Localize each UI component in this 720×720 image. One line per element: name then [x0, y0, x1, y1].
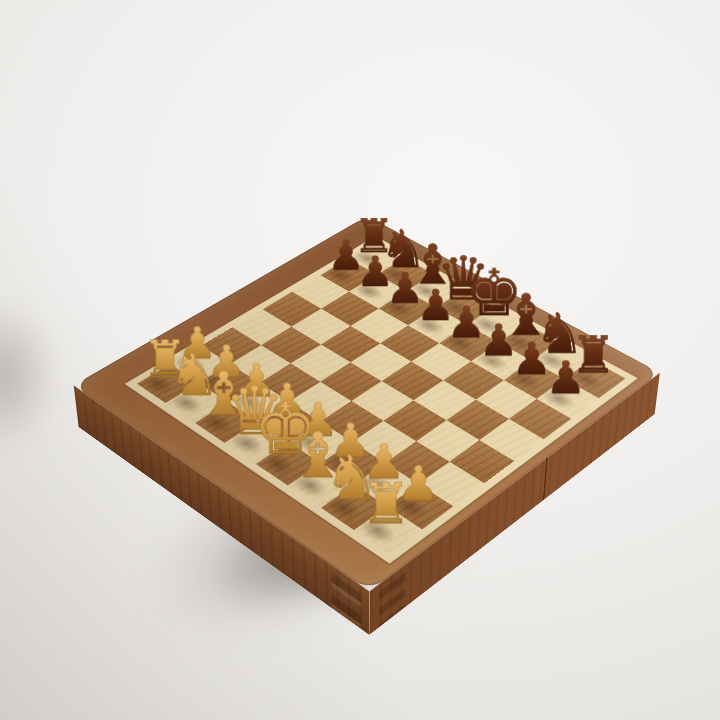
- white-rook-piece: ♜: [360, 476, 410, 532]
- square-h7: ♟: [537, 379, 599, 418]
- wooden-chess-box: ♜♞♝♛♚♝♞♜♟♟♟♟♟♟♟♟♟♟♟♟♟♟♟♟♜♞♝♛♚♝♞♜: [76, 236, 657, 613]
- chess-set-photo: ♜♞♝♛♚♝♞♜♟♟♟♟♟♟♟♟♟♟♟♟♟♟♟♟♜♞♝♛♚♝♞♜: [0, 0, 720, 720]
- black-pawn-piece: ♟: [546, 355, 586, 400]
- board-top-face: ♜♞♝♛♚♝♞♜♟♟♟♟♟♟♟♟♟♟♟♟♟♟♟♟♜♞♝♛♚♝♞♜: [74, 216, 660, 591]
